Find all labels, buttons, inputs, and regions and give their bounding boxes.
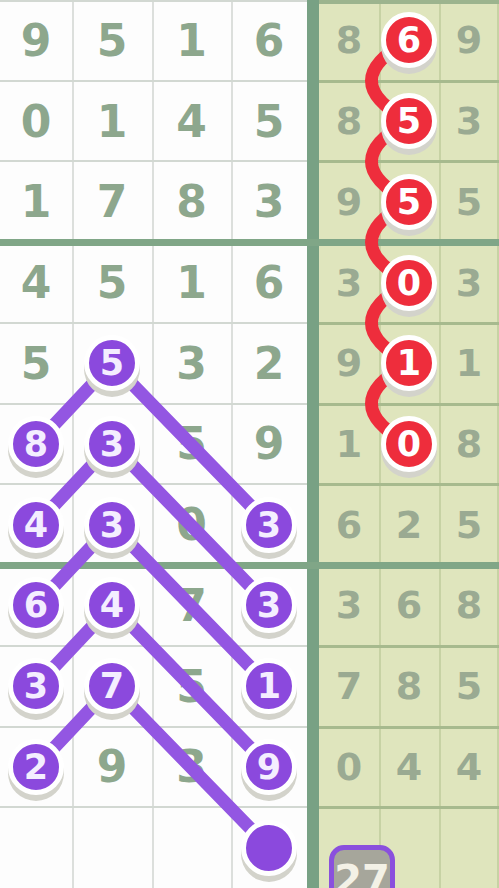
cell-r5c3[interactable]: 3 (152, 323, 231, 404)
purple-circle-r7c2[interactable]: 3 (84, 497, 140, 553)
cell-r11c2 (72, 807, 152, 888)
cell-r2c2[interactable]: 1 (72, 81, 152, 162)
cell-r10c6[interactable]: 4 (379, 727, 439, 808)
cell-r1c1[interactable]: 9 (0, 0, 72, 81)
cell-r5c1[interactable]: 5 (0, 323, 72, 404)
cell-r8c3[interactable]: 7 (152, 565, 231, 646)
cell-r9c3[interactable]: 5 (152, 646, 231, 727)
cell-r2c3[interactable]: 4 (152, 81, 231, 162)
cell-r6c4[interactable]: 9 (231, 404, 307, 485)
cell-r2c1[interactable]: 0 (0, 81, 72, 162)
cell-r11c3 (152, 807, 231, 888)
cell-r7c5[interactable]: 6 (319, 484, 379, 565)
cell-r5c7[interactable]: 1 (439, 323, 499, 404)
cell-r9c6[interactable]: 8 (379, 646, 439, 727)
cell-r2c5[interactable]: 8 (319, 81, 379, 162)
cell-r9c5[interactable]: 7 (319, 646, 379, 727)
cell-r4c1[interactable]: 4 (0, 242, 72, 323)
cell-r10c2[interactable]: 9 (72, 727, 152, 808)
cell-r10c3[interactable]: 3 (152, 727, 231, 808)
cell-r5c4[interactable]: 2 (231, 323, 307, 404)
cell-r8c5[interactable]: 3 (319, 565, 379, 646)
purple-circle-r5c2[interactable]: 5 (84, 335, 140, 391)
purple-circle-r10c4[interactable]: 9 (241, 739, 297, 795)
cell-r7c3[interactable]: 0 (152, 484, 231, 565)
cell-r2c7[interactable]: 3 (439, 81, 499, 162)
cell-r4c2[interactable]: 5 (72, 242, 152, 323)
cell-r3c1[interactable]: 1 (0, 161, 72, 242)
cell-r3c4[interactable]: 3 (231, 161, 307, 242)
cell-r3c5[interactable]: 9 (319, 161, 379, 242)
purple-end-dot-r11c4[interactable] (241, 820, 297, 876)
purple-circle-r9c2[interactable]: 7 (84, 658, 140, 714)
purple-circle-r7c4[interactable]: 3 (241, 497, 297, 553)
cell-r6c7[interactable]: 8 (439, 404, 499, 485)
purple-circle-r7c1[interactable]: 4 (8, 497, 64, 553)
purple-circle-r10c1[interactable]: 2 (8, 739, 64, 795)
purple-circle-r6c2[interactable]: 3 (84, 416, 140, 472)
cell-r5c5[interactable]: 9 (319, 323, 379, 404)
cell-r4c7[interactable]: 3 (439, 242, 499, 323)
red-circle-r3c6[interactable]: 5 (381, 174, 437, 230)
cell-r3c7[interactable]: 5 (439, 161, 499, 242)
cell-r3c3[interactable]: 8 (152, 161, 231, 242)
number-chain-board: 9516869014585317839554516303553291183591… (0, 0, 499, 888)
red-circle-r5c6[interactable]: 1 (381, 335, 437, 391)
cell-r6c3[interactable]: 5 (152, 404, 231, 485)
cell-r10c7[interactable]: 4 (439, 727, 499, 808)
red-circle-r1c6[interactable]: 6 (381, 12, 437, 68)
cell-r6c5[interactable]: 1 (319, 404, 379, 485)
cell-r7c7[interactable]: 5 (439, 484, 499, 565)
cell-r8c7[interactable]: 8 (439, 565, 499, 646)
cell-r1c7[interactable]: 9 (439, 0, 499, 81)
sum-badge[interactable]: 27 (329, 845, 395, 888)
cell-r9c7[interactable]: 5 (439, 646, 499, 727)
purple-circle-r9c1[interactable]: 3 (8, 658, 64, 714)
cell-r11c1 (0, 807, 72, 888)
purple-circle-r6c1[interactable]: 8 (8, 416, 64, 472)
red-circle-r2c6[interactable]: 5 (381, 93, 437, 149)
cell-r1c4[interactable]: 6 (231, 0, 307, 81)
cell-r4c4[interactable]: 6 (231, 242, 307, 323)
cell-r7c6[interactable]: 2 (379, 484, 439, 565)
cell-r4c3[interactable]: 1 (152, 242, 231, 323)
cell-r8c6[interactable]: 6 (379, 565, 439, 646)
cell-r3c2[interactable]: 7 (72, 161, 152, 242)
cell-r10c5[interactable]: 0 (319, 727, 379, 808)
red-circle-r6c6[interactable]: 0 (381, 416, 437, 472)
purple-circle-r9c4[interactable]: 1 (241, 658, 297, 714)
cell-r2c4[interactable]: 5 (231, 81, 307, 162)
cell-r1c2[interactable]: 5 (72, 0, 152, 81)
cell-r1c3[interactable]: 1 (152, 0, 231, 81)
cell-r1c5[interactable]: 8 (319, 0, 379, 81)
cell-r11c7 (439, 807, 499, 888)
cell-r4c5[interactable]: 3 (319, 242, 379, 323)
red-circle-r4c6[interactable]: 0 (381, 255, 437, 311)
